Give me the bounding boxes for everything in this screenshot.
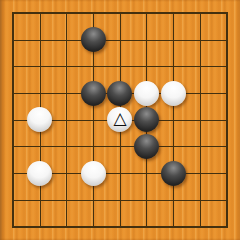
go-board: △	[0, 0, 240, 240]
board-point[interactable]	[80, 80, 107, 107]
board-point[interactable]	[187, 133, 214, 160]
black-stone[interactable]	[81, 81, 106, 106]
board-point[interactable]	[0, 213, 27, 240]
board-point[interactable]	[160, 27, 187, 54]
board-point[interactable]	[27, 0, 54, 27]
board-point[interactable]	[80, 213, 107, 240]
board-point[interactable]	[0, 107, 27, 134]
board-point[interactable]	[53, 0, 80, 27]
board-point[interactable]	[213, 27, 240, 54]
board-point[interactable]	[133, 0, 160, 27]
board-point[interactable]	[133, 160, 160, 187]
board-point[interactable]	[0, 0, 27, 27]
board-point[interactable]	[27, 53, 54, 80]
board-point[interactable]	[187, 27, 214, 54]
board-point[interactable]	[80, 27, 107, 54]
board-point[interactable]	[133, 213, 160, 240]
board-point[interactable]	[213, 133, 240, 160]
board-point[interactable]	[53, 53, 80, 80]
board-point[interactable]	[107, 0, 134, 27]
board-point[interactable]	[53, 187, 80, 214]
black-stone[interactable]	[81, 27, 106, 52]
white-stone[interactable]	[161, 81, 186, 106]
board-point[interactable]	[187, 0, 214, 27]
board-point[interactable]	[160, 80, 187, 107]
board-point[interactable]	[27, 213, 54, 240]
board-point[interactable]	[80, 53, 107, 80]
board-point[interactable]	[160, 107, 187, 134]
board-point[interactable]	[0, 27, 27, 54]
board-point[interactable]	[80, 160, 107, 187]
board-point[interactable]	[213, 53, 240, 80]
board-point[interactable]	[80, 133, 107, 160]
board-point[interactable]	[213, 160, 240, 187]
board-point[interactable]	[160, 187, 187, 214]
board-point[interactable]	[213, 0, 240, 27]
board-point[interactable]	[160, 160, 187, 187]
board-point[interactable]	[53, 160, 80, 187]
board-point[interactable]	[80, 107, 107, 134]
board-point[interactable]	[27, 160, 54, 187]
board-point[interactable]	[27, 80, 54, 107]
board-point[interactable]	[213, 187, 240, 214]
board-point[interactable]	[107, 213, 134, 240]
white-stone[interactable]	[27, 161, 52, 186]
board-point[interactable]	[27, 187, 54, 214]
black-stone[interactable]	[134, 107, 159, 132]
board-point[interactable]	[187, 107, 214, 134]
board-point[interactable]	[187, 213, 214, 240]
board-point[interactable]	[0, 160, 27, 187]
board-point[interactable]	[213, 213, 240, 240]
board-point[interactable]	[187, 187, 214, 214]
board-point[interactable]	[80, 187, 107, 214]
board-point[interactable]	[213, 80, 240, 107]
board-point[interactable]	[107, 133, 134, 160]
board-point[interactable]	[133, 80, 160, 107]
board-point[interactable]	[53, 213, 80, 240]
white-stone[interactable]	[134, 81, 159, 106]
board-point[interactable]	[160, 0, 187, 27]
board-point[interactable]	[107, 27, 134, 54]
board-point[interactable]	[133, 27, 160, 54]
board-point[interactable]	[0, 133, 27, 160]
board-point[interactable]	[107, 53, 134, 80]
board-point[interactable]: △	[107, 107, 134, 134]
black-stone[interactable]	[161, 161, 186, 186]
board-point[interactable]	[133, 107, 160, 134]
triangle-mark-icon: △	[113, 110, 126, 127]
board-point[interactable]	[133, 133, 160, 160]
board-point[interactable]	[53, 107, 80, 134]
board-point[interactable]	[133, 53, 160, 80]
board-point[interactable]	[0, 53, 27, 80]
white-stone[interactable]	[27, 107, 52, 132]
board-point[interactable]	[187, 53, 214, 80]
board-point[interactable]	[187, 160, 214, 187]
board-point[interactable]	[0, 187, 27, 214]
white-stone[interactable]	[81, 161, 106, 186]
board-point[interactable]	[213, 107, 240, 134]
board-point[interactable]	[53, 133, 80, 160]
board-point[interactable]	[53, 80, 80, 107]
black-stone[interactable]	[134, 134, 159, 159]
board-point[interactable]	[160, 133, 187, 160]
board-point[interactable]	[27, 27, 54, 54]
board-point[interactable]	[133, 187, 160, 214]
board-point[interactable]	[27, 133, 54, 160]
white-stone[interactable]: △	[107, 107, 132, 132]
board-points: △	[0, 0, 240, 240]
board-point[interactable]	[160, 213, 187, 240]
board-point[interactable]	[187, 80, 214, 107]
black-stone[interactable]	[107, 81, 132, 106]
board-point[interactable]	[107, 80, 134, 107]
board-point[interactable]	[160, 53, 187, 80]
board-point[interactable]	[80, 0, 107, 27]
board-point[interactable]	[107, 187, 134, 214]
board-point[interactable]	[107, 160, 134, 187]
board-point[interactable]	[0, 80, 27, 107]
board-point[interactable]	[27, 107, 54, 134]
board-point[interactable]	[53, 27, 80, 54]
